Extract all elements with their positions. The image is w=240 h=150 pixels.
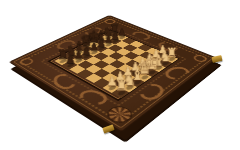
- piece-glyph: ♟: [65, 54, 75, 65]
- product-photo: ♜♞♝♛♚♝♞♜♟♟♟♟♟♟♟♟♟♟♟♟♟♟♟♟♜♞♝♛♚♝♞♜: [0, 0, 240, 150]
- scene: ♜♞♝♛♚♝♞♜♟♟♟♟♟♟♟♟♟♟♟♟♟♟♟♟♜♞♝♛♚♝♞♜: [0, 0, 240, 150]
- piece-glyph: ♜: [114, 78, 127, 93]
